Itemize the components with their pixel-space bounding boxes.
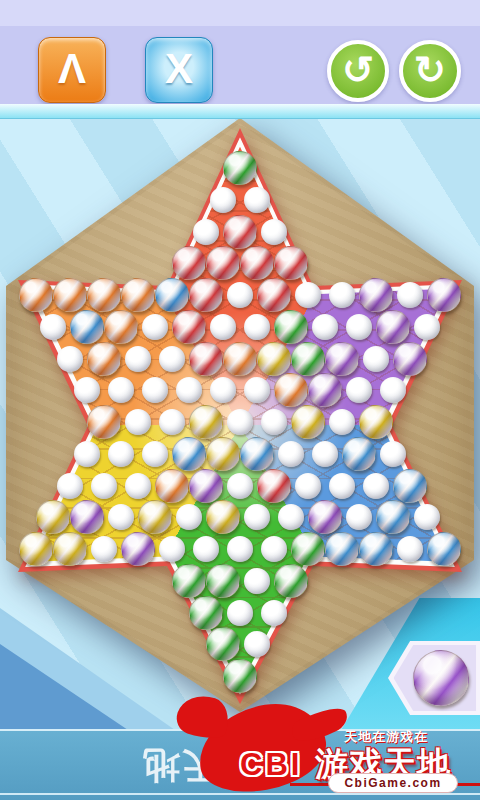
hole-r5-c7[interactable] bbox=[227, 282, 253, 308]
marble-blue-r13-c11[interactable] bbox=[359, 532, 393, 566]
hole-r5-c12[interactable] bbox=[397, 282, 423, 308]
marble-yellow-r9-c7[interactable] bbox=[291, 405, 325, 439]
hole-r16-c2[interactable] bbox=[244, 631, 270, 657]
marble-yellow-r7-c7[interactable] bbox=[257, 342, 291, 376]
hole-r8-c10[interactable] bbox=[380, 377, 406, 403]
watermark-url-pill: CbiGame.com bbox=[328, 773, 458, 793]
hole-r13-c3[interactable] bbox=[91, 536, 117, 562]
current-player-marble-purple bbox=[413, 650, 469, 706]
marble-orange-r9-c1[interactable] bbox=[87, 405, 121, 439]
hole-r15-c2[interactable] bbox=[227, 600, 253, 626]
marble-green-r7-c8[interactable] bbox=[291, 342, 325, 376]
marble-green-r15-c1[interactable] bbox=[189, 596, 223, 630]
marble-blue-r11-c11[interactable] bbox=[393, 469, 427, 503]
hole-r9-c3[interactable] bbox=[159, 409, 185, 435]
hole-r10-c1[interactable] bbox=[74, 441, 100, 467]
caret-up-icon: Λ bbox=[58, 45, 86, 92]
hole-r12-c12[interactable] bbox=[414, 504, 440, 530]
hole-r15-c3[interactable] bbox=[261, 600, 287, 626]
marble-blue-r10-c9[interactable] bbox=[342, 437, 376, 471]
hole-r6-c10[interactable] bbox=[346, 314, 372, 340]
marble-red-r4-c4[interactable] bbox=[274, 246, 308, 280]
app-screen: Λ X ↺ ↻ 游戏天地 CBI 天地在游戏在 游戏天地 CbiGame.com bbox=[0, 0, 480, 800]
marble-red-r7-c5[interactable] bbox=[189, 342, 223, 376]
rotate-cw-icon: ↻ bbox=[414, 49, 446, 91]
close-x-icon: X bbox=[165, 45, 193, 92]
hole-r7-c10[interactable] bbox=[363, 346, 389, 372]
marble-purple-r7-c11[interactable] bbox=[393, 342, 427, 376]
marble-orange-r11-c4[interactable] bbox=[155, 469, 189, 503]
hole-r8-c2[interactable] bbox=[108, 377, 134, 403]
marble-blue-r13-c13[interactable] bbox=[427, 532, 461, 566]
hole-r9-c2[interactable] bbox=[125, 409, 151, 435]
band-underline bbox=[0, 793, 480, 795]
marble-green-r1-c1[interactable] bbox=[223, 151, 257, 185]
hole-r11-c8[interactable] bbox=[295, 473, 321, 499]
marble-orange-r8-c7[interactable] bbox=[274, 373, 308, 407]
marble-purple-r5-c11[interactable] bbox=[359, 278, 393, 312]
marble-green-r16-c1[interactable] bbox=[206, 627, 240, 661]
hole-r11-c1[interactable] bbox=[57, 473, 83, 499]
hole-r3-c3[interactable] bbox=[261, 219, 287, 245]
marble-purple-r5-c13[interactable] bbox=[427, 278, 461, 312]
marble-blue-r5-c5[interactable] bbox=[155, 278, 189, 312]
marble-yellow-r12-c6[interactable] bbox=[206, 500, 240, 534]
hole-r6-c4[interactable] bbox=[142, 314, 168, 340]
hole-r6-c9[interactable] bbox=[312, 314, 338, 340]
hole-r12-c10[interactable] bbox=[346, 504, 372, 530]
hole-r10-c2[interactable] bbox=[108, 441, 134, 467]
undo-button[interactable]: Λ bbox=[38, 37, 106, 103]
marble-yellow-r9-c9[interactable] bbox=[359, 405, 393, 439]
marble-red-r6-c5[interactable] bbox=[172, 310, 206, 344]
hole-r7-c4[interactable] bbox=[159, 346, 185, 372]
marble-purple-r7-c9[interactable] bbox=[325, 342, 359, 376]
marble-red-r5-c6[interactable] bbox=[189, 278, 223, 312]
hole-r6-c7[interactable] bbox=[244, 314, 270, 340]
hole-r11-c10[interactable] bbox=[363, 473, 389, 499]
rotate-ccw-icon: ↺ bbox=[342, 49, 374, 91]
marble-orange-r5-c2[interactable] bbox=[53, 278, 87, 312]
marble-red-r5-c8[interactable] bbox=[257, 278, 291, 312]
hole-r8-c9[interactable] bbox=[346, 377, 372, 403]
hole-r7-c1[interactable] bbox=[57, 346, 83, 372]
marble-red-r4-c2[interactable] bbox=[206, 246, 240, 280]
marble-yellow-r12-c1[interactable] bbox=[36, 500, 70, 534]
hole-r12-c3[interactable] bbox=[108, 504, 134, 530]
marble-orange-r7-c2[interactable] bbox=[87, 342, 121, 376]
hole-r10-c3[interactable] bbox=[142, 441, 168, 467]
marble-orange-r5-c4[interactable] bbox=[121, 278, 155, 312]
marble-blue-r12-c11[interactable] bbox=[376, 500, 410, 534]
hole-r11-c6[interactable] bbox=[227, 473, 253, 499]
top-bar-cyan-strip bbox=[0, 104, 480, 119]
marble-blue-r13-c10[interactable] bbox=[325, 532, 359, 566]
marble-yellow-r9-c4[interactable] bbox=[189, 405, 223, 439]
hole-r13-c7[interactable] bbox=[227, 536, 253, 562]
marble-orange-r7-c6[interactable] bbox=[223, 342, 257, 376]
marble-yellow-r13-c1[interactable] bbox=[19, 532, 53, 566]
hole-r6-c6[interactable] bbox=[210, 314, 236, 340]
hole-r9-c6[interactable] bbox=[261, 409, 287, 435]
hole-r13-c5[interactable] bbox=[159, 536, 185, 562]
top-bar-highlight bbox=[0, 0, 480, 26]
hole-r11-c3[interactable] bbox=[125, 473, 151, 499]
marble-orange-r5-c1[interactable] bbox=[19, 278, 53, 312]
marble-purple-r12-c9[interactable] bbox=[308, 500, 342, 534]
hole-r5-c9[interactable] bbox=[295, 282, 321, 308]
hole-r2-c2[interactable] bbox=[244, 187, 270, 213]
marble-orange-r5-c3[interactable] bbox=[87, 278, 121, 312]
top-bar: Λ X ↺ ↻ bbox=[0, 0, 480, 104]
hole-r7-c3[interactable] bbox=[125, 346, 151, 372]
marble-purple-r11-c5[interactable] bbox=[189, 469, 223, 503]
marble-red-r4-c3[interactable] bbox=[240, 246, 274, 280]
hole-r13-c12[interactable] bbox=[397, 536, 423, 562]
hole-r6-c1[interactable] bbox=[40, 314, 66, 340]
marble-purple-r6-c11[interactable] bbox=[376, 310, 410, 344]
hole-r8-c5[interactable] bbox=[210, 377, 236, 403]
marble-yellow-r12-c4[interactable] bbox=[138, 500, 172, 534]
hole-r13-c6[interactable] bbox=[193, 536, 219, 562]
marble-green-r14-c2[interactable] bbox=[206, 564, 240, 598]
rotate-ccw-button[interactable]: ↺ bbox=[327, 40, 389, 102]
hole-r10-c10[interactable] bbox=[380, 441, 406, 467]
hole-r10-c8[interactable] bbox=[312, 441, 338, 467]
hole-r12-c7[interactable] bbox=[244, 504, 270, 530]
marble-green-r17-c1[interactable] bbox=[223, 659, 257, 693]
hole-r8-c6[interactable] bbox=[244, 377, 270, 403]
marble-green-r13-c9[interactable] bbox=[291, 532, 325, 566]
hole-r5-c10[interactable] bbox=[329, 282, 355, 308]
marble-red-r11-c7[interactable] bbox=[257, 469, 291, 503]
marble-red-r4-c1[interactable] bbox=[172, 246, 206, 280]
marble-orange-r6-c3[interactable] bbox=[104, 310, 138, 344]
hole-r9-c8[interactable] bbox=[329, 409, 355, 435]
marble-green-r14-c4[interactable] bbox=[274, 564, 308, 598]
rotate-cw-button[interactable]: ↻ bbox=[399, 40, 461, 102]
hole-r3-c1[interactable] bbox=[193, 219, 219, 245]
hole-r14-c3[interactable] bbox=[244, 568, 270, 594]
hole-r13-c8[interactable] bbox=[261, 536, 287, 562]
close-button[interactable]: X bbox=[145, 37, 213, 103]
hole-r12-c8[interactable] bbox=[278, 504, 304, 530]
marble-purple-r8-c8[interactable] bbox=[308, 373, 342, 407]
marble-red-r3-c2[interactable] bbox=[223, 215, 257, 249]
hole-r8-c4[interactable] bbox=[176, 377, 202, 403]
marble-yellow-r13-c2[interactable] bbox=[53, 532, 87, 566]
hole-r10-c7[interactable] bbox=[278, 441, 304, 467]
hole-r8-c1[interactable] bbox=[74, 377, 100, 403]
hole-r12-c5[interactable] bbox=[176, 504, 202, 530]
marble-blue-r6-c2[interactable] bbox=[70, 310, 104, 344]
hole-r9-c5[interactable] bbox=[227, 409, 253, 435]
marble-blue-r10-c4[interactable] bbox=[172, 437, 206, 471]
marble-green-r6-c8[interactable] bbox=[274, 310, 308, 344]
hole-r6-c12[interactable] bbox=[414, 314, 440, 340]
marble-purple-r12-c2[interactable] bbox=[70, 500, 104, 534]
hole-r11-c9[interactable] bbox=[329, 473, 355, 499]
hole-r2-c1[interactable] bbox=[210, 187, 236, 213]
marble-green-r14-c1[interactable] bbox=[172, 564, 206, 598]
marble-purple-r13-c4[interactable] bbox=[121, 532, 155, 566]
marble-blue-r10-c6[interactable] bbox=[240, 437, 274, 471]
cbi-logo-text: CBI bbox=[240, 747, 302, 783]
hole-r8-c3[interactable] bbox=[142, 377, 168, 403]
hole-r11-c2[interactable] bbox=[91, 473, 117, 499]
marble-yellow-r10-c5[interactable] bbox=[206, 437, 240, 471]
